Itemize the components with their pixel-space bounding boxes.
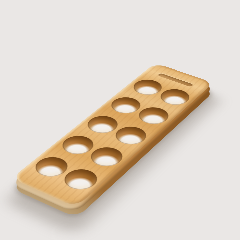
scene xyxy=(0,0,240,240)
mancala-board xyxy=(11,63,213,207)
